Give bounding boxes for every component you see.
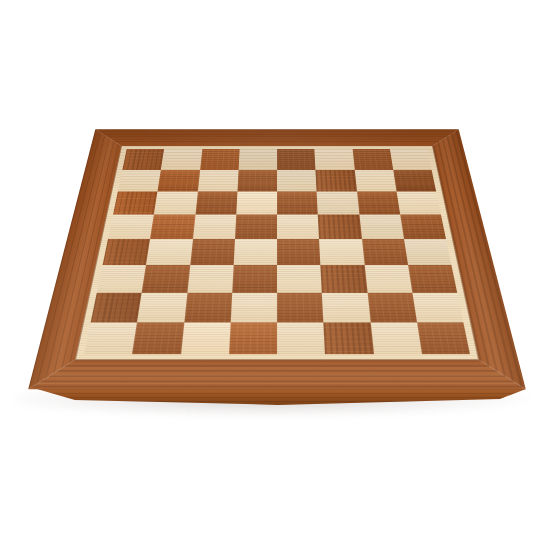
square-f2 bbox=[322, 293, 370, 323]
square-c3 bbox=[187, 265, 233, 293]
square-e8 bbox=[277, 149, 316, 170]
square-e3 bbox=[277, 265, 322, 293]
square-d4 bbox=[233, 239, 277, 265]
square-e4 bbox=[277, 239, 321, 265]
square-b6 bbox=[154, 191, 197, 214]
square-f4 bbox=[319, 239, 364, 265]
square-h6 bbox=[396, 191, 441, 214]
square-g6 bbox=[357, 191, 400, 214]
square-e6 bbox=[277, 191, 318, 214]
square-d1 bbox=[229, 322, 277, 354]
square-a5 bbox=[108, 215, 154, 239]
square-d3 bbox=[232, 265, 277, 293]
square-a6 bbox=[113, 191, 158, 214]
board-grid bbox=[84, 149, 470, 354]
square-c6 bbox=[195, 191, 237, 214]
square-h5 bbox=[400, 215, 446, 239]
square-a3 bbox=[97, 265, 146, 293]
square-c1 bbox=[181, 322, 231, 354]
square-e5 bbox=[277, 215, 319, 239]
square-g4 bbox=[362, 239, 408, 265]
square-d6 bbox=[236, 191, 277, 214]
square-h8 bbox=[390, 149, 432, 170]
square-h1 bbox=[417, 322, 470, 354]
square-g1 bbox=[370, 322, 422, 354]
square-a1 bbox=[84, 322, 137, 354]
chessboard-photo bbox=[0, 0, 550, 550]
square-h4 bbox=[404, 239, 452, 265]
square-g5 bbox=[359, 215, 404, 239]
board-frame-top bbox=[91, 129, 463, 145]
square-b5 bbox=[150, 215, 195, 239]
square-b3 bbox=[142, 265, 190, 293]
square-f7 bbox=[316, 170, 357, 192]
maple-inlay-border bbox=[75, 146, 479, 360]
square-f1 bbox=[324, 322, 374, 354]
square-b4 bbox=[146, 239, 192, 265]
square-b8 bbox=[161, 149, 202, 170]
square-c4 bbox=[190, 239, 235, 265]
square-a2 bbox=[91, 293, 142, 323]
square-c2 bbox=[184, 293, 232, 323]
square-d7 bbox=[237, 170, 277, 192]
square-d8 bbox=[238, 149, 277, 170]
square-c5 bbox=[193, 215, 237, 239]
square-e1 bbox=[277, 322, 325, 354]
square-h2 bbox=[412, 293, 463, 323]
square-a7 bbox=[118, 170, 161, 192]
square-g2 bbox=[367, 293, 417, 323]
square-b1 bbox=[132, 322, 184, 354]
square-h3 bbox=[408, 265, 457, 293]
chess-board bbox=[28, 129, 526, 389]
square-c7 bbox=[197, 170, 238, 192]
square-h7 bbox=[393, 170, 436, 192]
square-e7 bbox=[277, 170, 317, 192]
square-d2 bbox=[230, 293, 277, 323]
square-g3 bbox=[364, 265, 412, 293]
square-a4 bbox=[103, 239, 151, 265]
board-frame-bottom bbox=[28, 360, 526, 389]
square-b2 bbox=[137, 293, 187, 323]
square-g7 bbox=[354, 170, 396, 192]
square-f3 bbox=[321, 265, 367, 293]
square-g8 bbox=[352, 149, 393, 170]
square-d5 bbox=[235, 215, 277, 239]
square-f8 bbox=[315, 149, 355, 170]
square-c8 bbox=[200, 149, 240, 170]
square-b7 bbox=[158, 170, 200, 192]
square-a8 bbox=[122, 149, 164, 170]
square-f6 bbox=[317, 191, 359, 214]
square-e2 bbox=[277, 293, 324, 323]
square-f5 bbox=[318, 215, 362, 239]
